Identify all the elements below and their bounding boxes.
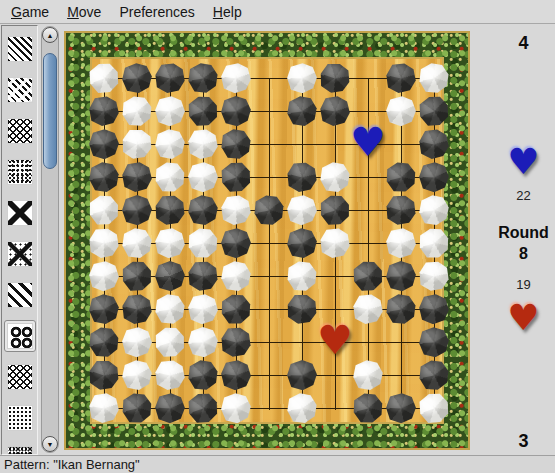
bottom-player-score: 3: [492, 431, 555, 452]
big-x-pattern-icon: [7, 200, 33, 226]
pattern-sidebar: ▲ ▼: [0, 24, 64, 455]
pattern-swatch-wide-diagonal[interactable]: [4, 279, 36, 311]
pattern-list: [1, 25, 38, 455]
blue-kas-heart[interactable]: ♥: [350, 122, 386, 162]
scroll-down-button[interactable]: ▼: [42, 436, 58, 452]
main-area: ▲ ▼ ♥♥ 4 ♥ 22 Round 8 19 ♥ 3: [0, 24, 555, 455]
four-circles-pattern-icon: [7, 323, 33, 349]
menu-game[interactable]: Game: [2, 1, 58, 23]
round-number: 8: [492, 245, 555, 263]
pattern-swatch-big-x[interactable]: [4, 197, 36, 229]
pattern-swatch-crosshatch-2[interactable]: [4, 361, 36, 393]
broken-diagonal-hatch-pattern-icon: [7, 77, 33, 103]
pattern-swatch-crosshatch[interactable]: [4, 115, 36, 147]
crosshatch-2-pattern-icon: [7, 364, 33, 390]
board-grid[interactable]: [104, 78, 436, 410]
pattern-swatch-speckle[interactable]: [4, 402, 36, 434]
scroll-down-icon: ▼: [47, 441, 54, 448]
status-pattern-text: Pattern: "Ikan Bernang": [4, 457, 140, 472]
menu-help[interactable]: Help: [204, 1, 251, 23]
board-surface[interactable]: ♥♥: [90, 57, 444, 424]
red-remaining-count: 19: [492, 277, 555, 292]
big-x-2-pattern-icon: [7, 241, 33, 267]
pattern-swatch-diagonal-hatch[interactable]: [4, 33, 36, 65]
top-player-score: 4: [492, 33, 555, 54]
wide-diagonal-pattern-icon: [7, 282, 33, 308]
blue-heart-icon: ♥: [492, 144, 555, 180]
pattern-scrollbar[interactable]: ▲ ▼: [40, 26, 60, 453]
pattern-swatch-broken-diagonal-hatch[interactable]: [4, 74, 36, 106]
pattern-swatch-speckle-2[interactable]: [4, 443, 36, 455]
diagonal-hatch-pattern-icon: [7, 36, 33, 62]
red-heart-icon: ♥: [492, 300, 555, 336]
pattern-swatch-big-x-2[interactable]: [4, 238, 36, 270]
blue-remaining-count: 22: [492, 188, 555, 203]
scroll-up-icon: ▲: [47, 32, 54, 39]
menu-bar: Game Move Preferences Help: [0, 0, 555, 24]
speckle-pattern-icon: [7, 405, 33, 431]
round-label: Round: [492, 224, 555, 242]
scrollbar-thumb[interactable]: [43, 53, 57, 169]
score-panel: 4 ♥ 22 Round 8 19 ♥ 3: [470, 24, 555, 455]
app-window: Game Move Preferences Help ▲ ▼ ♥♥ 4 ♥ 22…: [0, 0, 555, 473]
status-bar: Pattern: "Ikan Bernang": [0, 455, 555, 473]
crosshatch-pattern-icon: [7, 118, 33, 144]
menu-move[interactable]: Move: [58, 1, 110, 23]
pattern-swatch-dense-speckle[interactable]: [4, 156, 36, 188]
game-board[interactable]: ♥♥: [64, 31, 470, 450]
red-kas-heart[interactable]: ♥: [317, 320, 353, 360]
menu-preferences[interactable]: Preferences: [110, 1, 203, 23]
scroll-up-button[interactable]: ▲: [42, 27, 58, 43]
pattern-swatch-four-circles[interactable]: [4, 320, 36, 352]
speckle-2-pattern-icon: [7, 446, 33, 455]
dense-speckle-pattern-icon: [7, 159, 33, 185]
